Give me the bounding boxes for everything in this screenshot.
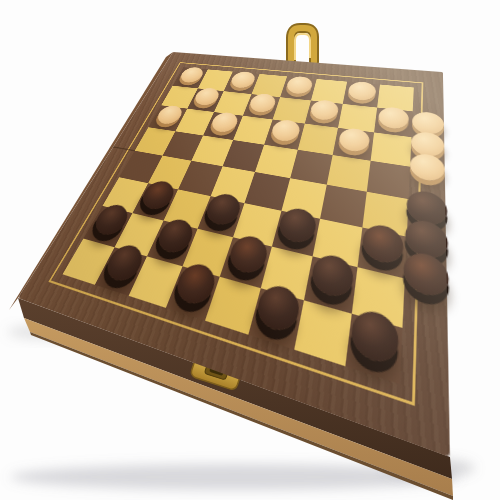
brass-clasp-icon	[291, 28, 314, 64]
checkers-box-photo	[0, 0, 500, 500]
checker-dark[interactable]	[402, 249, 449, 300]
square[interactable]	[294, 300, 351, 366]
checker-light[interactable]	[410, 152, 445, 183]
